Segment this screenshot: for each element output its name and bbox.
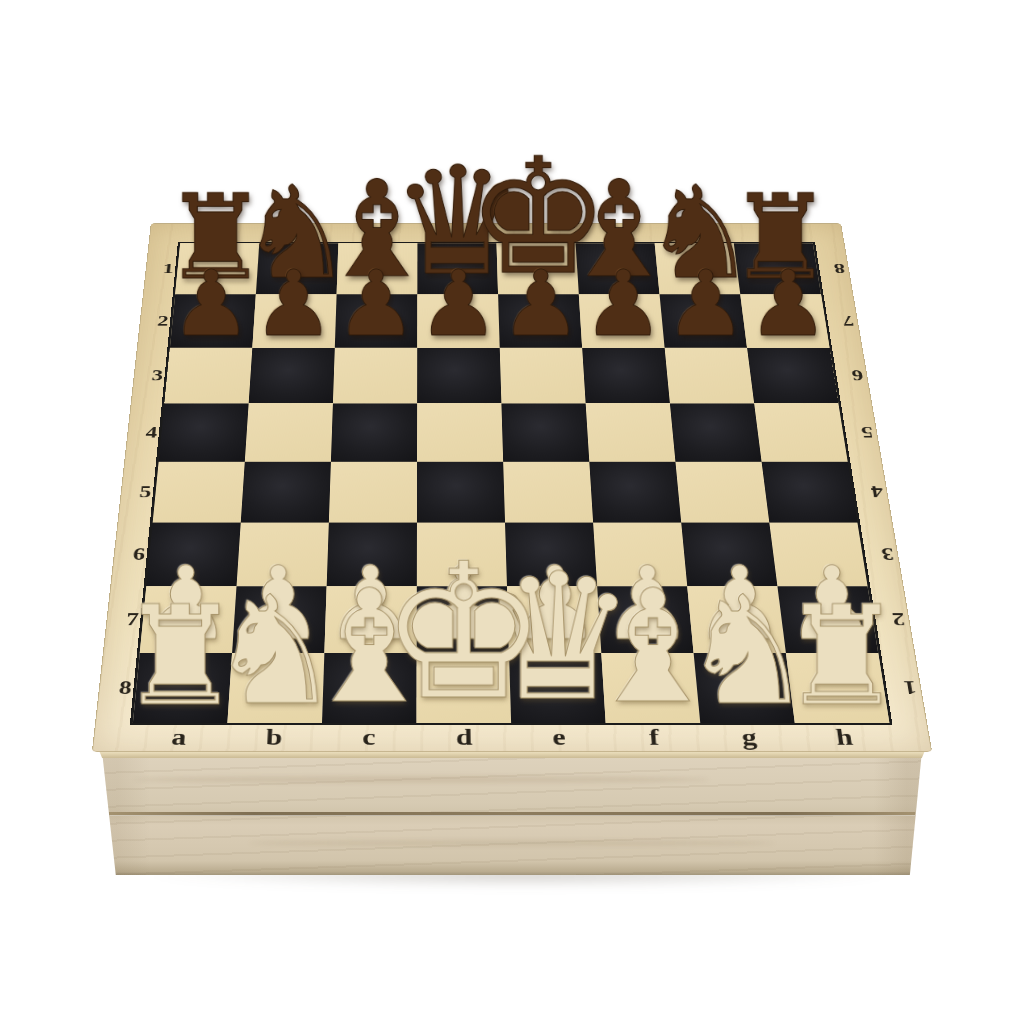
file-labels-bottom: abcdefgh xyxy=(130,723,894,752)
wood-grain-streak xyxy=(134,776,709,783)
square-g3 xyxy=(665,348,755,404)
square-e2: ♟ xyxy=(498,294,582,347)
square-d4 xyxy=(417,403,503,461)
square-c3 xyxy=(333,348,417,404)
file-label-a: a xyxy=(130,723,227,752)
square-f1: ♝ xyxy=(576,243,660,294)
square-g6 xyxy=(681,523,777,587)
square-g7: ♟ xyxy=(687,586,786,653)
square-g8: ♞ xyxy=(694,653,795,723)
square-h3 xyxy=(747,348,838,404)
square-f2: ♟ xyxy=(579,294,665,347)
square-b3 xyxy=(249,348,335,404)
product-photo-stage: 12345678 87654321 abcdefgh ♜♞♝♛♚♝♞♜♟♟♟♟♟… xyxy=(0,0,1024,1024)
square-c8: ♝ xyxy=(322,653,417,723)
square-a5 xyxy=(153,462,245,523)
wooden-box-front xyxy=(101,757,923,875)
board-tilt-wrapper: 12345678 87654321 abcdefgh ♜♞♝♛♚♝♞♜♟♟♟♟♟… xyxy=(92,223,932,752)
square-e7: ♟ xyxy=(507,586,601,653)
wood-grain-streak xyxy=(249,840,775,846)
rank-label-left-4: 4 xyxy=(124,403,164,461)
square-c7: ♟ xyxy=(324,586,416,653)
square-e3 xyxy=(500,348,586,404)
square-b6 xyxy=(237,523,329,587)
square-b4 xyxy=(245,403,333,461)
file-label-d: d xyxy=(417,723,513,752)
rank-label-left-1: 1 xyxy=(143,243,180,294)
file-label-c: c xyxy=(321,723,417,752)
piece-white-king-d8: ♚ xyxy=(380,544,548,722)
square-d5 xyxy=(417,462,505,523)
square-d8: ♚ xyxy=(417,653,512,723)
square-f3 xyxy=(582,348,670,404)
square-b8: ♞ xyxy=(227,653,324,723)
square-a1: ♜ xyxy=(175,243,259,294)
square-a8: ♜ xyxy=(133,653,232,723)
square-h7: ♟ xyxy=(777,586,878,653)
square-d1: ♛ xyxy=(417,243,498,294)
square-f7: ♟ xyxy=(597,586,693,653)
square-d3 xyxy=(417,348,501,404)
box-lid-seam xyxy=(109,812,915,816)
square-h5 xyxy=(762,462,858,523)
square-c4 xyxy=(331,403,417,461)
square-d2: ♟ xyxy=(417,294,499,347)
square-e5 xyxy=(503,462,593,523)
file-label-e: e xyxy=(511,723,607,752)
file-label-g: g xyxy=(700,723,798,752)
square-h1: ♜ xyxy=(734,243,821,294)
rank-label-right-8: 8 xyxy=(813,243,853,294)
square-h2: ♟ xyxy=(740,294,829,347)
square-b7: ♟ xyxy=(232,586,327,653)
square-a6 xyxy=(146,523,240,587)
square-c5 xyxy=(329,462,417,523)
rank-label-left-3: 3 xyxy=(131,348,170,404)
square-d6 xyxy=(417,523,507,587)
square-g4 xyxy=(670,403,762,461)
square-b1: ♞ xyxy=(256,243,338,294)
square-h8: ♜ xyxy=(786,653,889,723)
square-b5 xyxy=(241,462,331,523)
square-d7: ♟ xyxy=(417,586,509,653)
square-h4 xyxy=(754,403,848,461)
file-label-h: h xyxy=(795,723,894,752)
square-e6 xyxy=(505,523,597,587)
chess-board: 12345678 87654321 abcdefgh ♜♞♝♛♚♝♞♜♟♟♟♟♟… xyxy=(92,223,932,752)
piece-brown-rook-a1: ♜ xyxy=(163,182,268,293)
square-f5 xyxy=(589,462,681,523)
square-a4 xyxy=(159,403,249,461)
square-b2: ♟ xyxy=(252,294,336,347)
square-f8: ♝ xyxy=(601,653,700,723)
file-label-b: b xyxy=(226,723,322,752)
board-perspective-scene: 12345678 87654321 abcdefgh ♜♞♝♛♚♝♞♜♟♟♟♟♟… xyxy=(72,0,952,752)
square-c6 xyxy=(327,523,417,587)
chess-board-grid: ♜♞♝♛♚♝♞♜♟♟♟♟♟♟♟♟♟♟♟♟♟♟♟♟♜♞♝♚♛♝♞♜ xyxy=(133,243,890,723)
square-e1: ♚ xyxy=(497,243,579,294)
square-f4 xyxy=(586,403,676,461)
square-c2: ♟ xyxy=(335,294,418,347)
rank-label-left-2: 2 xyxy=(137,294,175,347)
square-c1: ♝ xyxy=(337,243,418,294)
square-g1: ♞ xyxy=(655,243,741,294)
square-h6 xyxy=(769,523,867,587)
file-label-f: f xyxy=(606,723,703,752)
square-f6 xyxy=(593,523,687,587)
square-g5 xyxy=(675,462,769,523)
square-a7: ♟ xyxy=(140,586,237,653)
square-e4 xyxy=(501,403,589,461)
square-g2: ♟ xyxy=(660,294,748,347)
square-a3 xyxy=(164,348,252,404)
square-e8: ♛ xyxy=(509,653,606,723)
square-a2: ♟ xyxy=(170,294,256,347)
